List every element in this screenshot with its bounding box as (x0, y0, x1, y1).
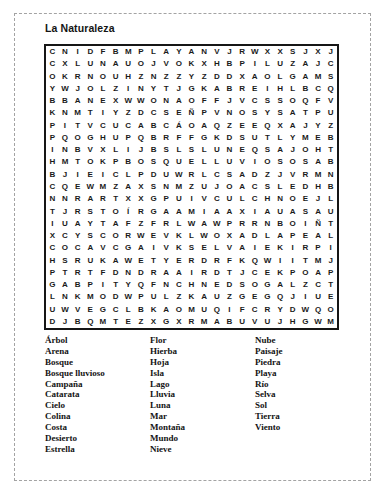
grid-cell: Z (122, 107, 135, 119)
grid-cell: Y (286, 132, 299, 144)
grid-cell: C (312, 83, 325, 95)
grid-cell: Z (109, 181, 122, 193)
grid-cell: Q (248, 144, 261, 156)
grid-cell: Q (324, 83, 337, 95)
grid-cell: R (185, 169, 198, 181)
grid-cell: X (236, 205, 249, 217)
grid-cell: N (46, 193, 59, 205)
grid-cell: Y (312, 120, 325, 132)
grid-cell: H (312, 181, 325, 193)
word-list-item: Arena (45, 346, 105, 357)
grid-cell: R (210, 254, 223, 266)
grid-cell: F (312, 95, 325, 107)
grid-cell: A (185, 46, 198, 58)
grid-cell: R (160, 218, 173, 230)
grid-cell: A (135, 242, 148, 254)
grid-cell: M (299, 132, 312, 144)
grid-cell: D (198, 254, 211, 266)
grid-cell: O (261, 156, 274, 168)
grid-cell: Q (274, 291, 287, 303)
word-list-item: Bosque lluvioso (45, 368, 105, 379)
grid-cell: O (59, 242, 72, 254)
grid-cell: Z (135, 218, 148, 230)
grid-cell: B (122, 156, 135, 168)
grid-cell: I (299, 291, 312, 303)
grid-cell: L (324, 193, 337, 205)
grid-cell: U (84, 58, 97, 70)
grid-cell: U (198, 181, 211, 193)
grid-cell: Y (173, 46, 186, 58)
grid-cell: X (109, 95, 122, 107)
grid-cell: A (248, 71, 261, 83)
grid-cell: T (109, 316, 122, 328)
grid-cell: S (299, 205, 312, 217)
grid-cell: A (84, 242, 97, 254)
grid-cell: I (261, 83, 274, 95)
grid-cell: I (46, 218, 59, 230)
grid-cell: O (210, 230, 223, 242)
grid-cell: I (286, 254, 299, 266)
grid-cell: O (84, 156, 97, 168)
grid-cell: S (185, 242, 198, 254)
grid-cell: G (286, 71, 299, 83)
grid-cell: L (210, 242, 223, 254)
grid-cell: Q (261, 120, 274, 132)
grid-cell: Z (261, 169, 274, 181)
grid-cell: E (261, 242, 274, 254)
grid-cell: C (324, 58, 337, 70)
grid-cell: Z (299, 279, 312, 291)
grid-cell: O (324, 303, 337, 315)
grid-cell: O (248, 279, 261, 291)
grid-cell: G (261, 279, 274, 291)
grid-cell: U (147, 291, 160, 303)
grid-cell: R (97, 193, 110, 205)
grid-cell: F (198, 95, 211, 107)
grid-cell: A (198, 120, 211, 132)
grid-cell: U (324, 107, 337, 119)
grid-cell: Y (109, 107, 122, 119)
grid-cell: A (223, 205, 236, 217)
grid-cell: X (274, 46, 287, 58)
grid-cell: T (261, 132, 274, 144)
grid-cell: A (135, 120, 148, 132)
grid-cell: P (84, 279, 97, 291)
grid-cell: E (84, 303, 97, 315)
grid-cell: A (173, 267, 186, 279)
grid-cell: K (274, 242, 287, 254)
grid-cell: S (274, 95, 287, 107)
grid-cell: E (236, 120, 249, 132)
grid-cell: U (210, 291, 223, 303)
grid-cell: J (312, 58, 325, 70)
grid-cell: B (147, 120, 160, 132)
grid-cell: A (274, 230, 287, 242)
grid-cell: P (198, 107, 211, 119)
grid-cell: W (122, 95, 135, 107)
grid-cell: E (248, 120, 261, 132)
grid-cell: B (324, 181, 337, 193)
grid-cell: S (324, 71, 337, 83)
word-list-item: Árbol (45, 335, 105, 346)
grid-cell: U (223, 156, 236, 168)
grid-cell: W (59, 303, 72, 315)
grid-cell: J (286, 291, 299, 303)
grid-cell: B (147, 132, 160, 144)
grid-cell: V (236, 95, 249, 107)
grid-cell: V (84, 144, 97, 156)
grid-cell: W (261, 254, 274, 266)
grid-cell: M (185, 205, 198, 217)
word-list-item: Lago (150, 379, 185, 390)
grid-cell: L (286, 279, 299, 291)
grid-cell: T (71, 156, 84, 168)
grid-cell: R (299, 242, 312, 254)
grid-cell: U (274, 205, 287, 217)
grid-cell: Z (324, 120, 337, 132)
word-list-item: Cielo (45, 400, 105, 411)
grid-cell: U (46, 303, 59, 315)
grid-cell: H (185, 279, 198, 291)
grid-cell: Y (274, 303, 287, 315)
grid-cell: R (160, 132, 173, 144)
grid-cell: L (122, 303, 135, 315)
grid-cell: L (210, 156, 223, 168)
grid-cell: U (223, 193, 236, 205)
grid-cell: E (173, 254, 186, 266)
grid-cell: S (160, 107, 173, 119)
grid-cell: E (84, 169, 97, 181)
grid-cell: P (160, 193, 173, 205)
grid-cell: S (299, 156, 312, 168)
grid-cell: R (185, 316, 198, 328)
grid-cell: B (59, 95, 72, 107)
grid-cell: V (210, 46, 223, 58)
grid-cell: K (59, 71, 72, 83)
grid-cell: P (324, 267, 337, 279)
grid-cell: J (210, 181, 223, 193)
grid-cell: Z (135, 316, 148, 328)
grid-cell: T (324, 144, 337, 156)
grid-cell: P (109, 156, 122, 168)
grid-cell: Y (84, 218, 97, 230)
grid-cell: Q (59, 132, 72, 144)
word-list-item: Nieve (150, 444, 185, 455)
grid-cell: Y (71, 230, 84, 242)
grid-cell: N (135, 83, 148, 95)
grid-cell: E (198, 242, 211, 254)
grid-cell: L (198, 156, 211, 168)
grid-cell: H (261, 193, 274, 205)
grid-cell: E (210, 279, 223, 291)
grid-cell: J (147, 58, 160, 70)
grid-cell: Y (147, 83, 160, 95)
grid-cell: N (59, 193, 72, 205)
grid-cell: E (173, 107, 186, 119)
grid-cell: F (185, 132, 198, 144)
grid-cell: U (173, 193, 186, 205)
grid-cell: T (109, 193, 122, 205)
grid-cell: K (97, 156, 110, 168)
grid-cell: X (122, 193, 135, 205)
grid-cell: N (198, 46, 211, 58)
grid-cell: R (71, 205, 84, 217)
grid-cell: V (324, 95, 337, 107)
grid-cell: J (274, 316, 287, 328)
grid-cell: A (312, 205, 325, 217)
grid-cell: R (248, 218, 261, 230)
grid-cell: P (312, 107, 325, 119)
grid-cell: L (324, 230, 337, 242)
grid-cell: X (198, 58, 211, 70)
grid-cell: L (71, 58, 84, 70)
grid-cell: X (59, 58, 72, 70)
grid-cell: L (274, 132, 287, 144)
grid-cell: V (236, 156, 249, 168)
grid-cell: L (109, 144, 122, 156)
grid-cell: E (248, 83, 261, 95)
grid-cell: A (236, 181, 249, 193)
grid-cell: N (324, 169, 337, 181)
grid-cell: C (248, 193, 261, 205)
grid-cell: O (261, 71, 274, 83)
grid-cell: N (147, 71, 160, 83)
grid-cell: D (299, 181, 312, 193)
grid-cell: C (122, 120, 135, 132)
grid-cell: T (97, 218, 110, 230)
grid-cell: W (210, 218, 223, 230)
grid-cell: Z (198, 71, 211, 83)
grid-cell: T (59, 267, 72, 279)
grid-cell: O (84, 83, 97, 95)
grid-cell: P (236, 58, 249, 70)
grid-cell: N (59, 107, 72, 119)
word-list-column-3: NubePaisajePiedraPlayaRíoSelvaSolTierraV… (255, 335, 283, 433)
grid-cell: A (71, 218, 84, 230)
grid-cell: N (59, 46, 72, 58)
grid-cell: T (324, 279, 337, 291)
grid-cell: L (236, 193, 249, 205)
grid-cell: N (160, 279, 173, 291)
grid-cell: H (210, 58, 223, 70)
grid-cell: X (135, 181, 148, 193)
grid-cell: K (210, 132, 223, 144)
word-list-item: Mar (150, 411, 185, 422)
grid-cell: T (46, 205, 59, 217)
word-list-item: Hoja (150, 357, 185, 368)
grid-cell: L (261, 230, 274, 242)
grid-cell: V (286, 169, 299, 181)
grid-cell: J (59, 205, 72, 217)
grid-cell: S (274, 107, 287, 119)
grid-cell: G (46, 279, 59, 291)
grid-cell: K (97, 254, 110, 266)
grid-cell: X (46, 230, 59, 242)
grid-cell: M (84, 291, 97, 303)
grid-cell: A (312, 230, 325, 242)
grid-cell: W (198, 230, 211, 242)
grid-cell: C (46, 46, 59, 58)
grid-cell: O (299, 267, 312, 279)
grid-cell: C (210, 169, 223, 181)
grid-cell: T (97, 205, 110, 217)
grid-cell: Z (160, 71, 173, 83)
grid-cell: A (286, 120, 299, 132)
grid-cell: K (198, 83, 211, 95)
grid-cell: Y (122, 279, 135, 291)
grid-cell: X (236, 71, 249, 83)
word-list-item: Mundo (150, 433, 185, 444)
grid-cell: Y (261, 107, 274, 119)
grid-cell: T (160, 83, 173, 95)
grid-cell: M (198, 316, 211, 328)
grid-cell: A (274, 279, 287, 291)
grid-cell: R (236, 46, 249, 58)
grid-cell: D (46, 316, 59, 328)
grid-cell: A (122, 181, 135, 193)
grid-cell: P (135, 169, 148, 181)
grid-cell: J (312, 193, 325, 205)
grid-cell: L (46, 291, 59, 303)
grid-cell: N (223, 107, 236, 119)
grid-cell: E (135, 254, 148, 266)
grid-cell: W (248, 46, 261, 58)
word-list-item: Desierto (45, 433, 105, 444)
grid-cell: V (223, 242, 236, 254)
grid-cell: W (84, 181, 97, 193)
grid-cell: A (109, 254, 122, 266)
grid-cell: U (236, 316, 249, 328)
grid-cell: I (286, 242, 299, 254)
grid-cell: C (46, 58, 59, 70)
grid-cell: U (59, 218, 72, 230)
grid-cell: I (248, 205, 261, 217)
grid-cell: A (173, 205, 186, 217)
grid-cell: K (173, 242, 186, 254)
grid-cell: V (160, 58, 173, 70)
grid-cell: I (71, 46, 84, 58)
grid-cell: I (299, 218, 312, 230)
grid-cell: S (223, 169, 236, 181)
grid-cell: B (223, 316, 236, 328)
grid-cell: I (122, 83, 135, 95)
grid-cell: S (185, 144, 198, 156)
grid-cell: Y (160, 254, 173, 266)
grid-cell: X (223, 230, 236, 242)
grid-cell: P (286, 267, 299, 279)
grid-cell: W (135, 95, 148, 107)
word-list-item: Lluvia (150, 389, 185, 400)
grid-cell: N (198, 279, 211, 291)
grid-cell: Q (160, 156, 173, 168)
grid-cell: E (147, 230, 160, 242)
grid-cell: A (109, 218, 122, 230)
grid-cell: O (286, 218, 299, 230)
grid-cell: V (160, 230, 173, 242)
grid-cell: S (236, 279, 249, 291)
grid-cell: N (97, 58, 110, 70)
grid-cell: N (59, 144, 72, 156)
grid-cell: C (46, 181, 59, 193)
grid-cell: D (223, 71, 236, 83)
word-list: ÁrbolArenaBosqueBosque lluviosoCampañaCa… (45, 335, 345, 480)
word-list-item: Luna (150, 400, 185, 411)
grid-cell: J (135, 144, 148, 156)
grid-cell: N (160, 181, 173, 193)
grid-cell: Y (46, 83, 59, 95)
grid-cell: C (109, 242, 122, 254)
grid-cell: D (223, 132, 236, 144)
grid-cell: K (274, 267, 287, 279)
grid-cell: Q (84, 316, 97, 328)
grid-cell: W (59, 83, 72, 95)
grid-cell: A (274, 144, 287, 156)
grid-cell: O (185, 95, 198, 107)
grid-cell: C (248, 181, 261, 193)
grid-cell: J (223, 95, 236, 107)
grid-cell: A (198, 218, 211, 230)
grid-cell: B (324, 156, 337, 168)
grid-cell: O (71, 132, 84, 144)
grid-cell: M (97, 181, 110, 193)
grid-cell: I (248, 58, 261, 70)
grid-cell: K (173, 230, 186, 242)
grid-cell: C (109, 303, 122, 315)
grid-cell: C (46, 242, 59, 254)
grid-cell: R (261, 303, 274, 315)
grid-cell: A (210, 205, 223, 217)
grid-cell: Q (248, 254, 261, 266)
grid-cell: R (71, 193, 84, 205)
word-list-item: Piedra (255, 357, 283, 368)
grid-cell: B (324, 132, 337, 144)
grid-cell: B (223, 58, 236, 70)
grid-cell: S (84, 230, 97, 242)
grid-cell: U (122, 58, 135, 70)
grid-cell: X (97, 144, 110, 156)
word-list-item: Hierba (150, 346, 185, 357)
grid-cell: W (173, 169, 186, 181)
grid-cell: A (236, 242, 249, 254)
grid-cell: V (248, 316, 261, 328)
grid-cell: I (147, 242, 160, 254)
grid-cell: A (299, 58, 312, 70)
grid-cell: X (173, 316, 186, 328)
word-list-column-2: FlorHierbaHojaIslaLagoLluviaLunaMarMonta… (150, 335, 185, 455)
grid-cell: A (198, 291, 211, 303)
grid-cell: E (324, 291, 337, 303)
grid-cell: P (286, 230, 299, 242)
grid-cell: O (135, 58, 148, 70)
word-list-item: Estrella (45, 444, 105, 455)
grid-cell: U (274, 58, 287, 70)
grid-cell: C (109, 169, 122, 181)
grid-cell: S (236, 132, 249, 144)
grid-cell: A (236, 169, 249, 181)
grid-cell: M (312, 169, 325, 181)
grid-cell: A (261, 205, 274, 217)
grid-cell: K (147, 303, 160, 315)
grid-cell: L (286, 83, 299, 95)
word-list-item: Sol (255, 400, 283, 411)
grid-cell: G (147, 193, 160, 205)
grid-cell: M (59, 156, 72, 168)
grid-cell: C (248, 95, 261, 107)
grid-cell: S (248, 107, 261, 119)
grid-cell: S (147, 156, 160, 168)
grid-cell: L (185, 230, 198, 242)
grid-cell: D (84, 46, 97, 58)
